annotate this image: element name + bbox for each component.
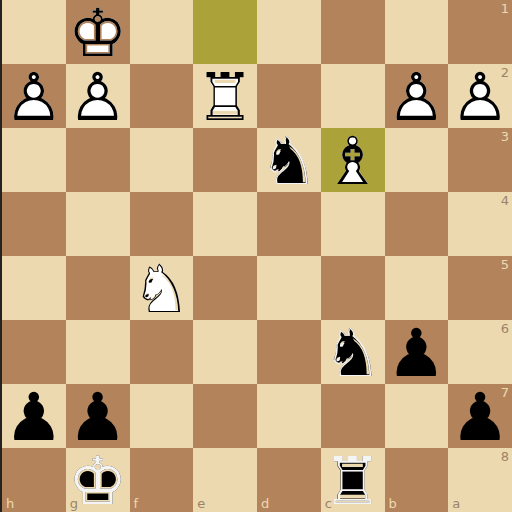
file-label-b: b: [389, 497, 397, 510]
square-h3[interactable]: [2, 128, 66, 192]
black-knight-d3[interactable]: ♞♘: [257, 128, 321, 192]
square-e8[interactable]: e: [193, 448, 257, 512]
rank-label-4: 4: [501, 194, 509, 207]
white-king-g1[interactable]: ♚♔: [66, 0, 130, 64]
square-h5[interactable]: [2, 256, 66, 320]
rank-label-2: 2: [501, 66, 509, 79]
rank-label-1: 1: [501, 2, 509, 15]
square-g8[interactable]: ♚♔g: [66, 448, 130, 512]
white-pawn-h2[interactable]: ♟♙: [2, 64, 66, 128]
square-g7[interactable]: ♟♙: [66, 384, 130, 448]
square-d5[interactable]: [257, 256, 321, 320]
square-b7[interactable]: [385, 384, 449, 448]
square-e1[interactable]: [193, 0, 257, 64]
square-d3[interactable]: ♞♘: [257, 128, 321, 192]
square-e4[interactable]: [193, 192, 257, 256]
square-c5[interactable]: [321, 256, 385, 320]
rank-label-6: 6: [501, 322, 509, 335]
square-c7[interactable]: [321, 384, 385, 448]
square-e6[interactable]: [193, 320, 257, 384]
square-b6[interactable]: ♟♙: [385, 320, 449, 384]
square-h7[interactable]: ♟♙: [2, 384, 66, 448]
file-label-a: a: [452, 497, 460, 510]
black-pawn-h7[interactable]: ♟♙: [2, 384, 66, 448]
square-d6[interactable]: [257, 320, 321, 384]
square-e2[interactable]: ♜♖: [193, 64, 257, 128]
rook-glyph-outline: ♖: [323, 449, 382, 512]
pawn-glyph-solid: ♟: [387, 321, 446, 387]
square-e3[interactable]: [193, 128, 257, 192]
square-f8[interactable]: f: [130, 448, 194, 512]
white-pawn-g2[interactable]: ♟♙: [66, 64, 130, 128]
square-d7[interactable]: [257, 384, 321, 448]
square-g4[interactable]: [66, 192, 130, 256]
square-b8[interactable]: b: [385, 448, 449, 512]
square-f1[interactable]: [130, 0, 194, 64]
knight-glyph-outline: ♘: [132, 257, 191, 323]
file-label-c: c: [325, 497, 332, 510]
square-f2[interactable]: [130, 64, 194, 128]
square-a4[interactable]: 4: [448, 192, 512, 256]
square-g3[interactable]: [66, 128, 130, 192]
square-h8[interactable]: h: [2, 448, 66, 512]
white-rook-e2[interactable]: ♜♖: [193, 64, 257, 128]
pawn-glyph-solid: ♟: [68, 385, 127, 451]
square-b1[interactable]: [385, 0, 449, 64]
square-c2[interactable]: [321, 64, 385, 128]
square-c3[interactable]: ♝♗: [321, 128, 385, 192]
square-d1[interactable]: [257, 0, 321, 64]
square-f3[interactable]: [130, 128, 194, 192]
square-d4[interactable]: [257, 192, 321, 256]
black-pawn-b6[interactable]: ♟♙: [385, 320, 449, 384]
pawn-glyph-outline: ♙: [387, 65, 446, 131]
square-d8[interactable]: d: [257, 448, 321, 512]
square-b2[interactable]: ♟♙: [385, 64, 449, 128]
square-c4[interactable]: [321, 192, 385, 256]
square-b5[interactable]: [385, 256, 449, 320]
rook-glyph-outline: ♖: [196, 65, 255, 131]
square-c1[interactable]: [321, 0, 385, 64]
square-f5[interactable]: ♞♘: [130, 256, 194, 320]
pawn-glyph-solid: ♟: [4, 385, 63, 451]
file-label-d: d: [261, 497, 269, 510]
square-b3[interactable]: [385, 128, 449, 192]
pawn-glyph-outline: ♙: [4, 65, 63, 131]
white-knight-f5[interactable]: ♞♘: [130, 256, 194, 320]
rank-label-7: 7: [501, 386, 509, 399]
file-label-e: e: [197, 497, 205, 510]
black-knight-c6[interactable]: ♞♘: [321, 320, 385, 384]
square-h4[interactable]: [2, 192, 66, 256]
square-a6[interactable]: 6: [448, 320, 512, 384]
square-h2[interactable]: ♟♙: [2, 64, 66, 128]
black-pawn-g7[interactable]: ♟♙: [66, 384, 130, 448]
knight-glyph-outline: ♘: [259, 129, 318, 195]
square-g2[interactable]: ♟♙: [66, 64, 130, 128]
square-a5[interactable]: 5: [448, 256, 512, 320]
square-e5[interactable]: [193, 256, 257, 320]
square-c8[interactable]: ♜♖c: [321, 448, 385, 512]
bishop-glyph-outline: ♗: [323, 129, 382, 195]
square-a3[interactable]: 3: [448, 128, 512, 192]
square-h6[interactable]: [2, 320, 66, 384]
square-g6[interactable]: [66, 320, 130, 384]
white-pawn-b2[interactable]: ♟♙: [385, 64, 449, 128]
square-f4[interactable]: [130, 192, 194, 256]
rank-label-8: 8: [501, 450, 509, 463]
square-f6[interactable]: [130, 320, 194, 384]
square-a8[interactable]: 8a: [448, 448, 512, 512]
square-h1[interactable]: [2, 0, 66, 64]
file-label-h: h: [6, 497, 14, 510]
rank-label-5: 5: [501, 258, 509, 271]
square-a7[interactable]: ♟♙7: [448, 384, 512, 448]
square-b4[interactable]: [385, 192, 449, 256]
square-a2[interactable]: ♟♙2: [448, 64, 512, 128]
square-a1[interactable]: 1: [448, 0, 512, 64]
king-glyph-outline: ♔: [68, 1, 127, 67]
file-label-g: g: [70, 497, 78, 510]
square-g1[interactable]: ♚♔: [66, 0, 130, 64]
pawn-glyph-outline: ♙: [68, 65, 127, 131]
square-e7[interactable]: [193, 384, 257, 448]
rank-label-3: 3: [501, 130, 509, 143]
chess-board: ♚♔1♟♙♟♙♜♖♟♙♟♙2♞♘♝♗34♞♘5♞♘♟♙6♟♙♟♙♟♙7h♚♔gf…: [0, 0, 512, 512]
square-d2[interactable]: [257, 64, 321, 128]
white-bishop-c3[interactable]: ♝♗: [321, 128, 385, 192]
file-label-f: f: [134, 497, 139, 510]
square-c6[interactable]: ♞♘: [321, 320, 385, 384]
knight-glyph-outline: ♘: [323, 321, 382, 387]
square-g5[interactable]: [66, 256, 130, 320]
square-f7[interactable]: [130, 384, 194, 448]
